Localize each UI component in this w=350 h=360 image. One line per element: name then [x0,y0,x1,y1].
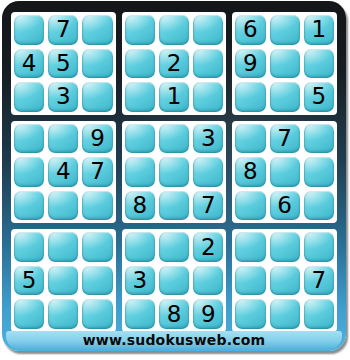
cell-r3c6[interactable] [193,82,223,112]
block-1: 21 [122,12,227,115]
cell-r9c9[interactable] [304,299,334,329]
cell-digit: 7 [312,269,327,292]
cell-r5c6[interactable] [193,157,223,187]
cell-digit: 3 [132,269,147,292]
cell-r6c1[interactable] [14,191,44,221]
cell-r5c8[interactable] [270,157,300,187]
cell-r9c1[interactable] [14,299,44,329]
cell-r5c2[interactable]: 4 [48,157,78,187]
site-url-label: www.sudokusweb.com [83,332,266,348]
cell-r2c7[interactable]: 9 [235,49,265,79]
cell-r9c7[interactable] [235,299,265,329]
cell-r7c5[interactable] [159,232,189,262]
cell-r9c6[interactable]: 9 [193,299,223,329]
cell-r4c7[interactable] [235,124,265,154]
cell-digit: 9 [243,52,258,75]
sudoku-app: 7453216195947387786523897 www.sudokusweb… [0,0,350,360]
cell-digit: 7 [90,160,105,183]
cell-r4c9[interactable] [304,124,334,154]
cell-digit: 4 [56,160,71,183]
cell-r1c4[interactable] [125,15,155,45]
cell-r3c3[interactable] [82,82,112,112]
cell-r8c8[interactable] [270,266,300,296]
cell-r9c3[interactable] [82,299,112,329]
cell-r7c3[interactable] [82,232,112,262]
cell-r7c6[interactable]: 2 [193,232,223,262]
cell-r4c4[interactable] [125,124,155,154]
cell-r9c2[interactable] [48,299,78,329]
cell-r4c5[interactable] [159,124,189,154]
cell-digit: 5 [56,52,71,75]
block-4: 387 [122,121,227,224]
cell-r5c1[interactable] [14,157,44,187]
cell-digit: 2 [167,52,182,75]
cell-r1c6[interactable] [193,15,223,45]
cell-digit: 1 [167,85,182,108]
cell-digit: 1 [312,18,327,41]
cell-r8c2[interactable] [48,266,78,296]
cell-r3c9[interactable]: 5 [304,82,334,112]
cell-r4c6[interactable]: 3 [193,124,223,154]
cell-r1c5[interactable] [159,15,189,45]
cell-r4c8[interactable]: 7 [270,124,300,154]
cell-digit: 3 [56,85,71,108]
cell-r6c9[interactable] [304,191,334,221]
cell-r9c5[interactable]: 8 [159,299,189,329]
cell-digit: 6 [243,18,258,41]
cell-r1c1[interactable] [14,15,44,45]
cell-r3c4[interactable] [125,82,155,112]
cell-r3c8[interactable] [270,82,300,112]
cell-r5c4[interactable] [125,157,155,187]
cell-r4c1[interactable] [14,124,44,154]
block-8: 7 [232,229,337,332]
cell-r2c5[interactable]: 2 [159,49,189,79]
cell-digit: 8 [132,194,147,217]
cell-digit: 4 [22,52,37,75]
cell-r2c8[interactable] [270,49,300,79]
cell-digit: 7 [201,194,216,217]
cell-r7c2[interactable] [48,232,78,262]
cell-digit: 6 [277,194,292,217]
block-7: 2389 [122,229,227,332]
cell-r8c3[interactable] [82,266,112,296]
cell-r2c4[interactable] [125,49,155,79]
cell-r1c9[interactable]: 1 [304,15,334,45]
cell-r2c2[interactable]: 5 [48,49,78,79]
cell-r9c8[interactable] [270,299,300,329]
cell-r1c2[interactable]: 7 [48,15,78,45]
cell-r7c7[interactable] [235,232,265,262]
cell-digit: 7 [56,18,71,41]
cell-r3c1[interactable] [14,82,44,112]
block-2: 6195 [232,12,337,115]
cell-r6c4[interactable]: 8 [125,191,155,221]
cell-r6c2[interactable] [48,191,78,221]
cell-digit: 8 [243,160,258,183]
cell-digit: 8 [167,303,182,326]
cell-r3c2[interactable]: 3 [48,82,78,112]
cell-r5c5[interactable] [159,157,189,187]
cell-r1c7[interactable]: 6 [235,15,265,45]
cell-r6c8[interactable]: 6 [270,191,300,221]
cell-r4c3[interactable]: 9 [82,124,112,154]
cell-r1c8[interactable] [270,15,300,45]
cell-r6c7[interactable] [235,191,265,221]
cell-r5c9[interactable] [304,157,334,187]
block-0: 7453 [11,12,116,115]
cell-r8c1[interactable]: 5 [14,266,44,296]
cell-r6c5[interactable] [159,191,189,221]
cell-digit: 3 [201,127,216,150]
cell-r7c4[interactable] [125,232,155,262]
cell-r6c6[interactable]: 7 [193,191,223,221]
block-3: 947 [11,121,116,224]
cell-digit: 9 [90,127,105,150]
cell-r8c4[interactable]: 3 [125,266,155,296]
cell-r8c6[interactable] [193,266,223,296]
cell-r1c3[interactable] [82,15,112,45]
cell-r7c9[interactable] [304,232,334,262]
cell-r6c3[interactable] [82,191,112,221]
cell-r5c7[interactable]: 8 [235,157,265,187]
cell-r8c9[interactable]: 7 [304,266,334,296]
footer-band: www.sudokusweb.com [6,331,342,349]
cell-digit: 5 [22,269,37,292]
cell-r3c5[interactable]: 1 [159,82,189,112]
block-6: 5 [11,229,116,332]
cell-r2c9[interactable] [304,49,334,79]
board-frame: 7453216195947387786523897 www.sudokusweb… [2,1,346,351]
cell-r2c3[interactable] [82,49,112,79]
cell-r9c4[interactable] [125,299,155,329]
cell-r7c8[interactable] [270,232,300,262]
cell-r8c7[interactable] [235,266,265,296]
cell-r2c1[interactable]: 4 [14,49,44,79]
cell-r5c3[interactable]: 7 [82,157,112,187]
block-5: 786 [232,121,337,224]
cell-digit: 2 [201,236,216,259]
cell-r7c1[interactable] [14,232,44,262]
cell-digit: 5 [312,85,327,108]
cell-r3c7[interactable] [235,82,265,112]
cell-r2c6[interactable] [193,49,223,79]
cell-r4c2[interactable] [48,124,78,154]
sudoku-board: 7453216195947387786523897 [11,12,337,332]
cell-digit: 9 [201,303,216,326]
cell-digit: 7 [277,127,292,150]
cell-r8c5[interactable] [159,266,189,296]
